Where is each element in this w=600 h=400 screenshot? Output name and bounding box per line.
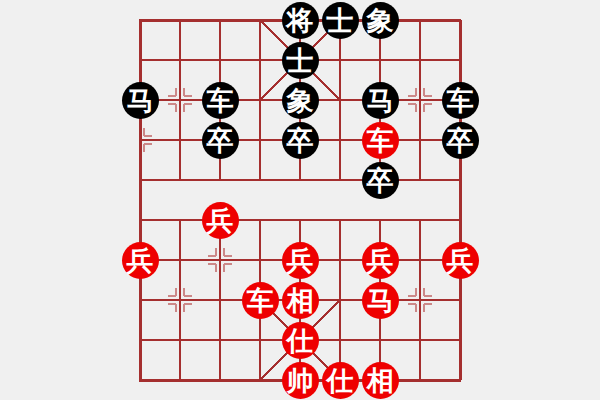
xiangqi-board[interactable]: 将士象士马车象马车卒卒车卒卒兵兵兵兵兵车相马仕帅仕相 bbox=[0, 0, 600, 400]
piece-red-elephant[interactable]: 相 bbox=[282, 282, 319, 319]
piece-black-horse[interactable]: 马 bbox=[122, 82, 159, 119]
piece-black-chariot[interactable]: 车 bbox=[442, 82, 479, 119]
piece-black-soldier[interactable]: 卒 bbox=[442, 122, 479, 159]
piece-red-horse[interactable]: 马 bbox=[362, 282, 399, 319]
piece-black-advisor[interactable]: 士 bbox=[322, 2, 359, 39]
piece-red-soldier[interactable]: 兵 bbox=[442, 242, 479, 279]
piece-black-horse[interactable]: 马 bbox=[362, 82, 399, 119]
piece-red-general[interactable]: 帅 bbox=[282, 362, 319, 399]
piece-red-soldier[interactable]: 兵 bbox=[362, 242, 399, 279]
pieces-grid: 将士象士马车象马车卒卒车卒卒兵兵兵兵兵车相马仕帅仕相 bbox=[120, 0, 480, 400]
piece-black-chariot[interactable]: 车 bbox=[202, 82, 239, 119]
piece-black-elephant[interactable]: 象 bbox=[362, 2, 399, 39]
piece-red-advisor[interactable]: 仕 bbox=[282, 322, 319, 359]
piece-red-soldier[interactable]: 兵 bbox=[122, 242, 159, 279]
piece-red-soldier[interactable]: 兵 bbox=[202, 202, 239, 239]
piece-black-general[interactable]: 将 bbox=[282, 2, 319, 39]
piece-red-chariot[interactable]: 车 bbox=[242, 282, 279, 319]
piece-red-soldier[interactable]: 兵 bbox=[282, 242, 319, 279]
piece-black-soldier[interactable]: 卒 bbox=[202, 122, 239, 159]
piece-red-advisor[interactable]: 仕 bbox=[322, 362, 359, 399]
piece-black-advisor[interactable]: 士 bbox=[282, 42, 319, 79]
piece-red-chariot[interactable]: 车 bbox=[362, 122, 399, 159]
piece-black-elephant[interactable]: 象 bbox=[282, 82, 319, 119]
piece-black-soldier[interactable]: 卒 bbox=[362, 162, 399, 199]
piece-black-soldier[interactable]: 卒 bbox=[282, 122, 319, 159]
piece-red-elephant[interactable]: 相 bbox=[362, 362, 399, 399]
